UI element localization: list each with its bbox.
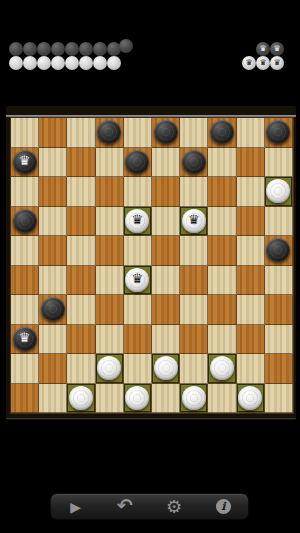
square-5-5 [152, 266, 180, 296]
square-4-2 [67, 236, 95, 266]
square-1-1 [39, 148, 67, 178]
square-9-2[interactable] [67, 384, 95, 414]
square-8-7[interactable] [208, 354, 236, 384]
square-7-4[interactable] [124, 325, 152, 355]
white-queen-token: ♛ [270, 56, 284, 70]
square-1-0[interactable]: ♛ [11, 148, 39, 178]
captured-white-man [37, 56, 51, 70]
square-4-5[interactable] [152, 236, 180, 266]
square-4-9[interactable] [265, 236, 293, 266]
square-8-9[interactable] [265, 354, 293, 384]
white-queen-crown-icon: ♛ [188, 213, 200, 226]
captured-black-man [79, 42, 93, 56]
square-4-1[interactable] [39, 236, 67, 266]
square-3-0[interactable] [11, 207, 39, 237]
square-0-7[interactable] [208, 118, 236, 148]
black-queen-token: ♛ [270, 42, 284, 56]
square-9-9 [265, 384, 293, 414]
square-1-8[interactable] [237, 148, 265, 178]
square-6-3[interactable] [96, 295, 124, 325]
square-9-5 [152, 384, 180, 414]
square-8-3[interactable] [96, 354, 124, 384]
black-queen-token: ♛ [256, 42, 270, 56]
square-0-8 [237, 118, 265, 148]
square-6-9[interactable] [265, 295, 293, 325]
square-2-5[interactable] [152, 177, 180, 207]
square-1-5 [152, 148, 180, 178]
info-icon: i [216, 499, 231, 514]
square-3-7 [208, 207, 236, 237]
white-man[interactable] [266, 179, 290, 203]
square-2-0 [11, 177, 39, 207]
white-queen-token: ♛ [242, 56, 256, 70]
crown-icon: ♛ [256, 57, 270, 69]
square-4-0 [11, 236, 39, 266]
square-6-4 [124, 295, 152, 325]
black-man[interactable] [210, 120, 234, 144]
square-2-2 [67, 177, 95, 207]
info-button[interactable]: i [203, 494, 243, 519]
white-queens-row: ♛♛♛ [242, 56, 284, 70]
white-queen[interactable]: ♛ [182, 209, 206, 233]
square-8-8 [237, 354, 265, 384]
play-icon: ▶ [70, 500, 81, 514]
square-2-6 [180, 177, 208, 207]
square-7-3 [96, 325, 124, 355]
board: ♛♛♛♛♛ [10, 117, 294, 414]
square-3-5 [152, 207, 180, 237]
white-man[interactable] [210, 356, 234, 380]
black-man[interactable] [13, 209, 37, 233]
square-0-1[interactable] [39, 118, 67, 148]
white-man[interactable] [238, 386, 262, 410]
square-1-4[interactable] [124, 148, 152, 178]
square-5-9 [265, 266, 293, 296]
black-man[interactable] [125, 150, 149, 174]
square-6-1[interactable] [39, 295, 67, 325]
square-8-0 [11, 354, 39, 384]
square-6-7[interactable] [208, 295, 236, 325]
square-7-7 [208, 325, 236, 355]
square-5-7 [208, 266, 236, 296]
square-9-8[interactable] [237, 384, 265, 414]
square-7-2[interactable] [67, 325, 95, 355]
square-3-4[interactable]: ♛ [124, 207, 152, 237]
square-6-0 [11, 295, 39, 325]
square-6-6 [180, 295, 208, 325]
square-3-9 [265, 207, 293, 237]
captured-white-men-row [9, 56, 135, 70]
captured-white-man [65, 56, 79, 70]
black-queen[interactable]: ♛ [13, 327, 37, 351]
square-5-2[interactable] [67, 266, 95, 296]
square-7-8[interactable] [237, 325, 265, 355]
square-4-3[interactable] [96, 236, 124, 266]
square-9-7 [208, 384, 236, 414]
square-1-9 [265, 148, 293, 178]
queens-tally-tray: ♛♛ ♛♛♛ [242, 42, 284, 70]
square-3-1 [39, 207, 67, 237]
crown-icon: ♛ [270, 57, 284, 69]
captured-white-man [9, 56, 23, 70]
square-5-8[interactable] [237, 266, 265, 296]
square-5-0[interactable] [11, 266, 39, 296]
square-0-9[interactable] [265, 118, 293, 148]
square-2-8 [237, 177, 265, 207]
white-queen-token: ♛ [256, 56, 270, 70]
square-7-5 [152, 325, 180, 355]
board-frame-bottom-edge [6, 418, 296, 419]
crown-icon: ♛ [242, 57, 256, 69]
black-queen-crown-icon: ♛ [19, 331, 31, 344]
black-man[interactable] [97, 120, 121, 144]
square-2-1[interactable] [39, 177, 67, 207]
white-man[interactable] [97, 356, 121, 380]
board-frame: ♛♛♛♛♛ [6, 106, 296, 420]
square-0-6 [180, 118, 208, 148]
square-9-3 [96, 384, 124, 414]
white-man[interactable] [182, 386, 206, 410]
undo-button[interactable]: ↶ [105, 494, 145, 519]
square-1-7 [208, 148, 236, 178]
square-2-3[interactable] [96, 177, 124, 207]
square-0-5[interactable] [152, 118, 180, 148]
square-2-7[interactable] [208, 177, 236, 207]
white-queen[interactable]: ♛ [125, 268, 149, 292]
captured-black-man [37, 42, 51, 56]
square-9-1 [39, 384, 67, 414]
settings-button[interactable]: ⚙ [154, 494, 194, 519]
square-8-6 [180, 354, 208, 384]
captured-black-man [65, 42, 79, 56]
square-4-4 [124, 236, 152, 266]
black-man[interactable] [154, 120, 178, 144]
black-queens-row: ♛♛ [242, 42, 284, 56]
square-8-4 [124, 354, 152, 384]
black-man[interactable] [266, 238, 290, 262]
square-6-8 [237, 295, 265, 325]
captured-black-man [119, 39, 133, 53]
captured-black-man [23, 42, 37, 56]
captured-white-man [79, 56, 93, 70]
square-9-4[interactable] [124, 384, 152, 414]
square-4-6 [180, 236, 208, 266]
square-3-6[interactable]: ♛ [180, 207, 208, 237]
square-3-2[interactable] [67, 207, 95, 237]
square-2-4 [124, 177, 152, 207]
captured-black-man [9, 42, 23, 56]
undo-icon: ↶ [117, 496, 133, 515]
square-4-7[interactable] [208, 236, 236, 266]
square-9-6[interactable] [180, 384, 208, 414]
white-queen-crown-icon: ♛ [132, 213, 144, 226]
captured-pieces-tray [9, 42, 135, 70]
square-1-3 [96, 148, 124, 178]
square-0-0 [11, 118, 39, 148]
crown-icon: ♛ [270, 43, 284, 55]
square-6-5[interactable] [152, 295, 180, 325]
square-7-9 [265, 325, 293, 355]
settings-icon: ⚙ [166, 498, 182, 516]
black-man[interactable] [182, 150, 206, 174]
square-5-3 [96, 266, 124, 296]
square-1-2[interactable] [67, 148, 95, 178]
play-button[interactable]: ▶ [56, 494, 96, 519]
square-7-1 [39, 325, 67, 355]
square-5-6[interactable] [180, 266, 208, 296]
square-8-1[interactable] [39, 354, 67, 384]
white-queen-crown-icon: ♛ [132, 272, 144, 285]
black-man[interactable] [266, 120, 290, 144]
square-3-3 [96, 207, 124, 237]
square-9-0[interactable] [11, 384, 39, 414]
square-8-2 [67, 354, 95, 384]
white-queen[interactable]: ♛ [125, 209, 149, 233]
black-man[interactable] [41, 297, 65, 321]
square-7-0[interactable]: ♛ [11, 325, 39, 355]
white-man[interactable] [125, 386, 149, 410]
square-5-1 [39, 266, 67, 296]
black-queen-crown-icon: ♛ [19, 154, 31, 167]
crown-icon: ♛ [256, 43, 270, 55]
info-glyph: i [221, 501, 225, 512]
captured-white-man [51, 56, 65, 70]
square-8-5[interactable] [152, 354, 180, 384]
captured-black-man [93, 42, 107, 56]
white-man[interactable] [154, 356, 178, 380]
captured-white-man [93, 56, 107, 70]
square-2-9[interactable] [265, 177, 293, 207]
square-4-8 [237, 236, 265, 266]
square-5-4[interactable]: ♛ [124, 266, 152, 296]
captured-white-man [23, 56, 37, 70]
captured-black-man [51, 42, 65, 56]
square-6-2 [67, 295, 95, 325]
square-7-6[interactable] [180, 325, 208, 355]
square-3-8[interactable] [237, 207, 265, 237]
square-0-3[interactable] [96, 118, 124, 148]
captured-white-man [107, 56, 121, 70]
black-queen[interactable]: ♛ [13, 150, 37, 174]
white-man[interactable] [69, 386, 93, 410]
captured-black-men-row [9, 42, 135, 56]
square-0-2 [67, 118, 95, 148]
square-1-6[interactable] [180, 148, 208, 178]
square-0-4 [124, 118, 152, 148]
game-toolbar: ▶↶⚙i [50, 493, 249, 520]
